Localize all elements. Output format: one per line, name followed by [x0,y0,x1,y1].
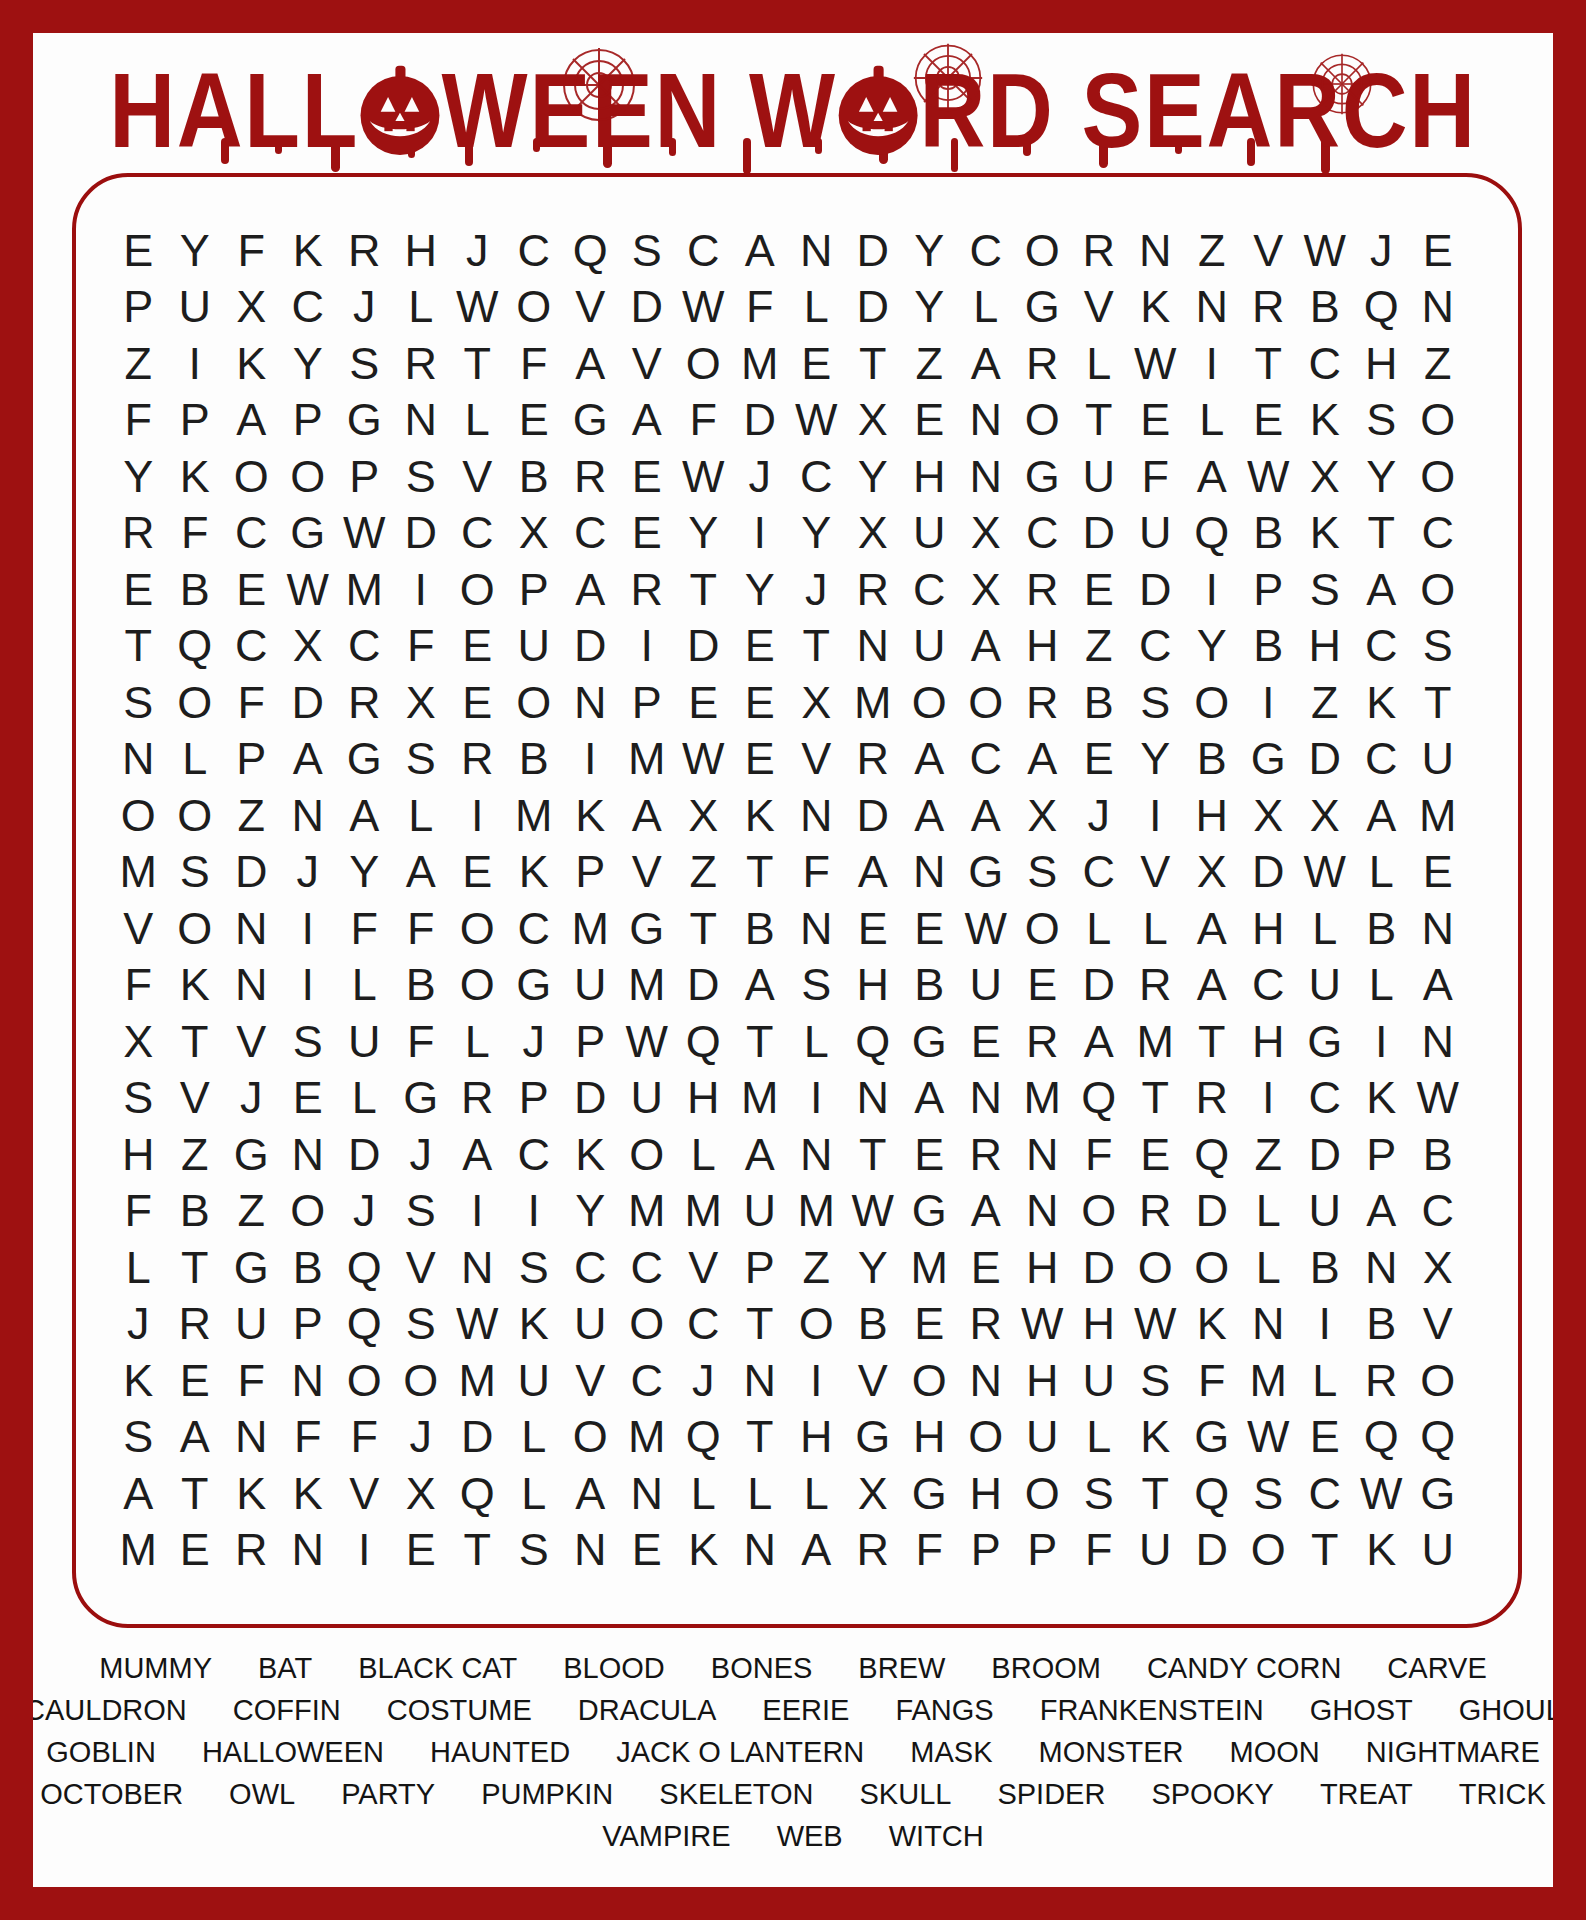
grid-cell-r20c7: W [449,1296,506,1353]
word-item: TREAT [1320,1778,1413,1811]
grid-cell-r5c18: U [1071,448,1128,505]
grid-cell-r17c21: Z [1240,1126,1297,1183]
grid-cell-r16c24: W [1410,1070,1467,1127]
grid-cell-r21c17: H [1014,1352,1071,1409]
grid-cell-r11c15: A [901,787,958,844]
grid-cell-r20c9: U [562,1296,619,1353]
grid-cell-r15c12: T [732,1013,789,1070]
grid-cell-r14c18: D [1071,957,1128,1014]
grid-cell-r7c11: T [675,561,732,618]
grid-cell-r24c17: P [1014,1522,1071,1579]
grid-cell-r11c6: L [393,787,450,844]
grid-cell-r7c19: D [1127,561,1184,618]
title-text: HALL WEEN W RD SEARCH [109,57,1477,163]
grid-cell-r13c10: G [619,900,676,957]
grid-cell-r2c23: Q [1353,279,1410,336]
grid-cell-r1c4: K [280,222,337,279]
grid-cell-r11c19: I [1127,787,1184,844]
grid-cell-r22c12: T [732,1409,789,1466]
word-item: MUMMY [99,1652,212,1685]
grid-cell-r20c14: B [845,1296,902,1353]
grid-cell-r8c15: U [901,618,958,675]
grid-cell-r22c21: W [1240,1409,1297,1466]
grid-cell-r19c5: Q [336,1239,393,1296]
grid-cell-r21c1: K [110,1352,167,1409]
grid-cell-r22c11: Q [675,1409,732,1466]
grid-cell-r19c23: N [1353,1239,1410,1296]
grid-cell-r10c16: C [958,731,1015,788]
grid-cell-r5c11: W [675,448,732,505]
grid-cell-r21c23: R [1353,1352,1410,1409]
grid-cell-r20c4: P [280,1296,337,1353]
grid-cell-r14c23: L [1353,957,1410,1014]
grid-cell-r10c8: B [506,731,563,788]
word-item: OCTOBER [40,1778,183,1811]
grid-cell-r16c14: N [845,1070,902,1127]
grid-cell-r5c7: V [449,448,506,505]
grid-cell-r2c24: N [1410,279,1467,336]
grid-cell-r7c24: O [1410,561,1467,618]
grid-cell-r8c21: B [1240,618,1297,675]
grid-cell-r10c19: Y [1127,731,1184,788]
grid-cell-r15c19: M [1127,1013,1184,1070]
grid-cell-r24c11: K [675,1522,732,1579]
grid-cell-r15c23: I [1353,1013,1410,1070]
word-item: WITCH [889,1820,984,1853]
title-letter: S [1082,57,1145,163]
grid-cell-r13c12: B [732,900,789,957]
word-list-line: GOBLINHALLOWEENHAUNTEDJACK O LANTERNMASK… [46,1736,1539,1769]
grid-cell-r15c21: H [1240,1013,1297,1070]
grid-cell-r9c24: T [1410,674,1467,731]
grid-cell-r4c11: F [675,392,732,449]
word-list-line: OCTOBEROWLPARTYPUMPKINSKELETONSKULLSPIDE… [40,1778,1546,1811]
grid-cell-r14c15: B [901,957,958,1014]
grid-cell-r2c7: W [449,279,506,336]
grid-cell-r12c19: V [1127,844,1184,901]
grid-cell-r21c20: F [1184,1352,1241,1409]
grid-cell-r7c3: E [223,561,280,618]
grid-cell-r17c13: N [788,1126,845,1183]
grid-cell-r22c3: N [223,1409,280,1466]
grid-cell-r14c13: S [788,957,845,1014]
title-letter: A [177,57,245,163]
grid-cell-r14c5: L [336,957,393,1014]
grid-cell-r12c10: V [619,844,676,901]
grid-cell-r20c21: N [1240,1296,1297,1353]
grid-cell-r5c20: A [1184,448,1241,505]
spider-web-icon [912,42,984,114]
grid-cell-r20c16: R [958,1296,1015,1353]
grid-cell-r13c14: E [845,900,902,957]
grid-cell-r12c6: A [393,844,450,901]
grid-cell-r1c9: Q [562,222,619,279]
grid-cell-r16c6: G [393,1070,450,1127]
grid-cell-r24c6: E [393,1522,450,1579]
word-item: HAUNTED [430,1736,570,1769]
grid-cell-r23c7: Q [449,1465,506,1522]
grid-cell-r2c20: N [1184,279,1241,336]
grid-cell-r22c23: Q [1353,1409,1410,1466]
grid-cell-r15c24: N [1410,1013,1467,1070]
grid-cell-r24c22: T [1297,1522,1354,1579]
grid-cell-r3c24: Z [1410,335,1467,392]
grid-cell-r7c13: J [788,561,845,618]
grid-cell-r10c6: S [393,731,450,788]
grid-cell-r15c1: X [110,1013,167,1070]
grid-cell-r16c8: P [506,1070,563,1127]
page-title: HALL WEEN W RD SEARCH [111,50,1475,170]
grid-cell-r9c11: E [675,674,732,731]
grid-cell-r11c10: A [619,787,676,844]
grid-cell-r9c7: E [449,674,506,731]
grid-cell-r12c20: X [1184,844,1241,901]
grid-cell-r14c8: G [506,957,563,1014]
grid-cell-r5c1: Y [110,448,167,505]
grid-cell-r18c1: F [110,1183,167,1240]
grid-cell-r14c1: F [110,957,167,1014]
grid-cell-r21c4: N [280,1352,337,1409]
grid-cell-r12c11: Z [675,844,732,901]
grid-cell-r21c21: M [1240,1352,1297,1409]
grid-cell-r17c24: B [1410,1126,1467,1183]
grid-cell-r12c13: F [788,844,845,901]
grid-cell-r18c23: A [1353,1183,1410,1240]
grid-cell-r3c17: R [1014,335,1071,392]
grid-cell-r9c17: R [1014,674,1071,731]
spider-web-icon [1310,52,1374,116]
grid-cell-r21c5: O [336,1352,393,1409]
grid-cell-r13c15: E [901,900,958,957]
grid-cell-r14c16: U [958,957,1015,1014]
grid-cell-r14c14: H [845,957,902,1014]
grid-cell-r22c1: S [110,1409,167,1466]
grid-cell-r21c13: I [788,1352,845,1409]
grid-cell-r11c14: D [845,787,902,844]
grid-cell-r10c21: G [1240,731,1297,788]
grid-cell-r15c22: G [1297,1013,1354,1070]
word-item: FANGS [895,1694,993,1727]
grid-cell-r7c16: X [958,561,1015,618]
grid-cell-r17c11: L [675,1126,732,1183]
grid-cell-r20c22: I [1297,1296,1354,1353]
word-list-line: VAMPIREWEBWITCH [602,1820,983,1853]
grid-cell-r16c18: Q [1071,1070,1128,1127]
grid-cell-r24c12: N [732,1522,789,1579]
grid-cell-r17c7: A [449,1126,506,1183]
grid-cell-r12c9: P [562,844,619,901]
grid-cell-r9c3: F [223,674,280,731]
grid-cell-r21c22: L [1297,1352,1354,1409]
grid-cell-r4c24: O [1410,392,1467,449]
grid-cell-r15c3: V [223,1013,280,1070]
grid-cell-r18c10: M [619,1183,676,1240]
grid-cell-r18c12: U [732,1183,789,1240]
grid-cell-r20c13: O [788,1296,845,1353]
grid-cell-r21c6: O [393,1352,450,1409]
grid-cell-r14c7: O [449,957,506,1014]
grid-cell-r20c20: K [1184,1296,1241,1353]
grid-cell-r23c17: O [1014,1465,1071,1522]
grid-cell-r11c22: X [1297,787,1354,844]
grid-cell-r17c20: Q [1184,1126,1241,1183]
grid-cell-r13c5: F [336,900,393,957]
word-item: BONES [711,1652,813,1685]
grid-cell-r22c18: L [1071,1409,1128,1466]
grid-cell-r18c22: U [1297,1183,1354,1240]
grid-cell-r10c1: N [110,731,167,788]
grid-cell-r8c23: C [1353,618,1410,675]
grid-cell-r3c18: L [1071,335,1128,392]
grid-cell-r15c6: F [393,1013,450,1070]
grid-cell-r5c23: Y [1353,448,1410,505]
grid-cell-r19c7: N [449,1239,506,1296]
grid-cell-r15c10: W [619,1013,676,1070]
grid-cell-r18c18: O [1071,1183,1128,1240]
grid-cell-r17c9: K [562,1126,619,1183]
grid-cell-r12c4: J [280,844,337,901]
grid-cell-r23c4: K [280,1465,337,1522]
grid-cell-r11c5: A [336,787,393,844]
grid-cell-r9c4: D [280,674,337,731]
grid-cell-r6c1: R [110,505,167,562]
grid-cell-r22c2: A [167,1409,224,1466]
word-item: CANDY CORN [1147,1652,1341,1685]
grid-cell-r23c15: G [901,1465,958,1522]
word-item: VAMPIRE [602,1820,730,1853]
grid-cell-r16c20: R [1184,1070,1241,1127]
grid-cell-r15c17: R [1014,1013,1071,1070]
letter-grid: EYFKRHJCQSCANDYCORNZVWJEPUXCJLWOVDWFLDYL… [110,222,1466,1578]
grid-cell-r7c17: R [1014,561,1071,618]
grid-cell-r8c4: X [280,618,337,675]
grid-cell-r13c24: N [1410,900,1467,957]
grid-cell-r3c13: E [788,335,845,392]
grid-cell-r24c19: U [1127,1522,1184,1579]
grid-cell-r15c16: E [958,1013,1015,1070]
title-letter: W [749,57,837,163]
grid-cell-r11c8: M [506,787,563,844]
grid-cell-r18c11: M [675,1183,732,1240]
title-letter: L [244,57,301,163]
grid-cell-r2c1: P [110,279,167,336]
grid-cell-r13c3: N [223,900,280,957]
grid-cell-r20c1: J [110,1296,167,1353]
grid-cell-r18c8: I [506,1183,563,1240]
grid-cell-r7c21: P [1240,561,1297,618]
word-list-line: MUMMYBATBLACK CATBLOODBONESBREWBROOMCAND… [99,1652,1486,1685]
grid-cell-r6c3: C [223,505,280,562]
grid-cell-r2c11: W [675,279,732,336]
grid-cell-r23c18: S [1071,1465,1128,1522]
grid-cell-r9c15: O [901,674,958,731]
grid-cell-r18c16: A [958,1183,1015,1240]
word-item: HALLOWEEN [202,1736,384,1769]
grid-cell-r7c22: S [1297,561,1354,618]
grid-cell-r11c11: X [675,787,732,844]
grid-cell-r23c23: W [1353,1465,1410,1522]
grid-cell-r18c9: Y [562,1183,619,1240]
spider-web-icon [560,46,638,124]
grid-cell-r14c3: N [223,957,280,1014]
grid-cell-r24c14: R [845,1522,902,1579]
grid-cell-r18c19: R [1127,1183,1184,1240]
grid-cell-r4c15: E [901,392,958,449]
grid-cell-r10c18: E [1071,731,1128,788]
grid-cell-r7c20: I [1184,561,1241,618]
grid-cell-r1c24: E [1410,222,1467,279]
word-item: GHOUL [1459,1694,1562,1727]
grid-cell-r8c16: A [958,618,1015,675]
grid-cell-r20c18: H [1071,1296,1128,1353]
grid-cell-r24c18: F [1071,1522,1128,1579]
grid-cell-r15c8: J [506,1013,563,1070]
title-space [722,57,749,163]
grid-cell-r3c4: Y [280,335,337,392]
grid-cell-r22c5: F [336,1409,393,1466]
grid-cell-r17c18: F [1071,1126,1128,1183]
grid-cell-r11c4: N [280,787,337,844]
grid-cell-r21c9: V [562,1352,619,1409]
grid-cell-r23c5: V [336,1465,393,1522]
grid-cell-r23c3: K [223,1465,280,1522]
grid-cell-r17c6: J [393,1126,450,1183]
grid-cell-r15c15: G [901,1013,958,1070]
grid-cell-r17c12: A [732,1126,789,1183]
grid-cell-r1c6: H [393,222,450,279]
grid-cell-r7c12: Y [732,561,789,618]
grid-cell-r15c11: Q [675,1013,732,1070]
grid-cell-r22c13: H [788,1409,845,1466]
grid-cell-r13c17: O [1014,900,1071,957]
grid-cell-r4c18: T [1071,392,1128,449]
grid-cell-r13c22: L [1297,900,1354,957]
grid-cell-r7c4: W [280,561,337,618]
grid-cell-r19c20: O [1184,1239,1241,1296]
grid-cell-r10c10: M [619,731,676,788]
grid-cell-r9c21: I [1240,674,1297,731]
grid-cell-r7c9: A [562,561,619,618]
grid-cell-r13c11: T [675,900,732,957]
word-list: MUMMYBATBLACK CATBLOODBONESBREWBROOMCAND… [60,1652,1526,1853]
grid-cell-r14c17: E [1014,957,1071,1014]
word-item: PUMPKIN [481,1778,613,1811]
grid-cell-r11c3: Z [223,787,280,844]
grid-cell-r19c24: X [1410,1239,1467,1296]
grid-cell-r11c9: K [562,787,619,844]
grid-cell-r9c2: O [167,674,224,731]
grid-cell-r13c21: H [1240,900,1297,957]
grid-cell-r16c13: I [788,1070,845,1127]
grid-cell-r6c23: T [1353,505,1410,562]
grid-cell-r24c5: I [336,1522,393,1579]
grid-cell-r18c15: G [901,1183,958,1240]
grid-cell-r3c2: I [167,335,224,392]
grid-cell-r12c23: L [1353,844,1410,901]
grid-cell-r14c6: B [393,957,450,1014]
grid-cell-r13c18: L [1071,900,1128,957]
grid-cell-r1c16: C [958,222,1015,279]
grid-cell-r17c10: O [619,1126,676,1183]
grid-cell-r22c17: U [1014,1409,1071,1466]
word-item: SPOOKY [1151,1778,1274,1811]
grid-cell-r13c23: B [1353,900,1410,957]
grid-cell-r24c1: M [110,1522,167,1579]
grid-cell-r19c18: D [1071,1239,1128,1296]
grid-cell-r8c17: H [1014,618,1071,675]
grid-cell-r18c5: J [336,1183,393,1240]
grid-cell-r1c22: W [1297,222,1354,279]
grid-cell-r10c12: E [732,731,789,788]
grid-cell-r2c5: J [336,279,393,336]
grid-cell-r21c11: J [675,1352,732,1409]
grid-cell-r5c4: O [280,448,337,505]
grid-cell-r20c5: Q [336,1296,393,1353]
grid-cell-r23c6: X [393,1465,450,1522]
word-item: GHOST [1310,1694,1413,1727]
grid-cell-r20c6: S [393,1296,450,1353]
grid-cell-r20c10: O [619,1296,676,1353]
grid-cell-r23c1: A [110,1465,167,1522]
grid-cell-r8c19: C [1127,618,1184,675]
grid-cell-r20c15: E [901,1296,958,1353]
grid-cell-r9c18: B [1071,674,1128,731]
grid-cell-r9c14: M [845,674,902,731]
grid-cell-r6c20: Q [1184,505,1241,562]
grid-cell-r17c3: G [223,1126,280,1183]
grid-cell-r5c2: K [167,448,224,505]
word-item: CAULDRON [24,1694,187,1727]
grid-cell-r18c24: C [1410,1183,1467,1240]
grid-cell-r23c19: T [1127,1465,1184,1522]
grid-cell-r21c16: N [958,1352,1015,1409]
grid-cell-r22c24: Q [1410,1409,1467,1466]
grid-cell-r13c4: I [280,900,337,957]
grid-cell-r6c11: Y [675,505,732,562]
grid-cell-r4c21: E [1240,392,1297,449]
grid-cell-r24c2: E [167,1522,224,1579]
grid-cell-r1c10: S [619,222,676,279]
grid-cell-r14c9: U [562,957,619,1014]
grid-cell-r24c15: F [901,1522,958,1579]
grid-cell-r2c12: F [732,279,789,336]
grid-cell-r19c21: L [1240,1239,1297,1296]
grid-cell-r22c15: H [901,1409,958,1466]
grid-cell-r6c4: G [280,505,337,562]
grid-cell-r8c13: T [788,618,845,675]
title-letter: A [1207,57,1275,163]
grid-cell-r22c4: F [280,1409,337,1466]
grid-cell-r2c8: O [506,279,563,336]
grid-cell-r7c5: M [336,561,393,618]
grid-cell-r10c17: A [1014,731,1071,788]
word-item: WEB [777,1820,843,1853]
grid-cell-r20c2: R [167,1296,224,1353]
grid-cell-r13c9: M [562,900,619,957]
grid-cell-r19c6: V [393,1239,450,1296]
grid-cell-r14c22: U [1297,957,1354,1014]
grid-cell-r2c19: K [1127,279,1184,336]
grid-cell-r16c9: D [562,1070,619,1127]
grid-cell-r12c5: Y [336,844,393,901]
grid-cell-r9c23: K [1353,674,1410,731]
grid-cell-r17c19: E [1127,1126,1184,1183]
grid-cell-r16c21: I [1240,1070,1297,1127]
grid-cell-r6c17: C [1014,505,1071,562]
grid-cell-r20c17: W [1014,1296,1071,1353]
grid-cell-r3c23: H [1353,335,1410,392]
grid-cell-r24c3: R [223,1522,280,1579]
